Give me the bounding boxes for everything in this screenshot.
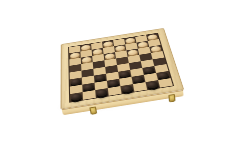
brass-clasp-left [89,106,97,115]
board-perspective [52,0,182,130]
product-photo-scene [0,0,230,142]
board-square-dark [95,88,109,98]
checkers-set [52,0,182,130]
board-square-light [108,86,122,96]
checker-piece-dark [121,85,133,93]
board-square-dark [70,92,83,102]
checker-piece-dark [96,89,107,97]
playing-area [68,33,174,103]
board-square-light [158,78,173,87]
checker-piece-dark [71,93,82,101]
board-3d [61,28,185,109]
brass-clasp-right [168,94,175,103]
checker-piece-dark [147,81,159,89]
board-square-light [83,90,96,100]
